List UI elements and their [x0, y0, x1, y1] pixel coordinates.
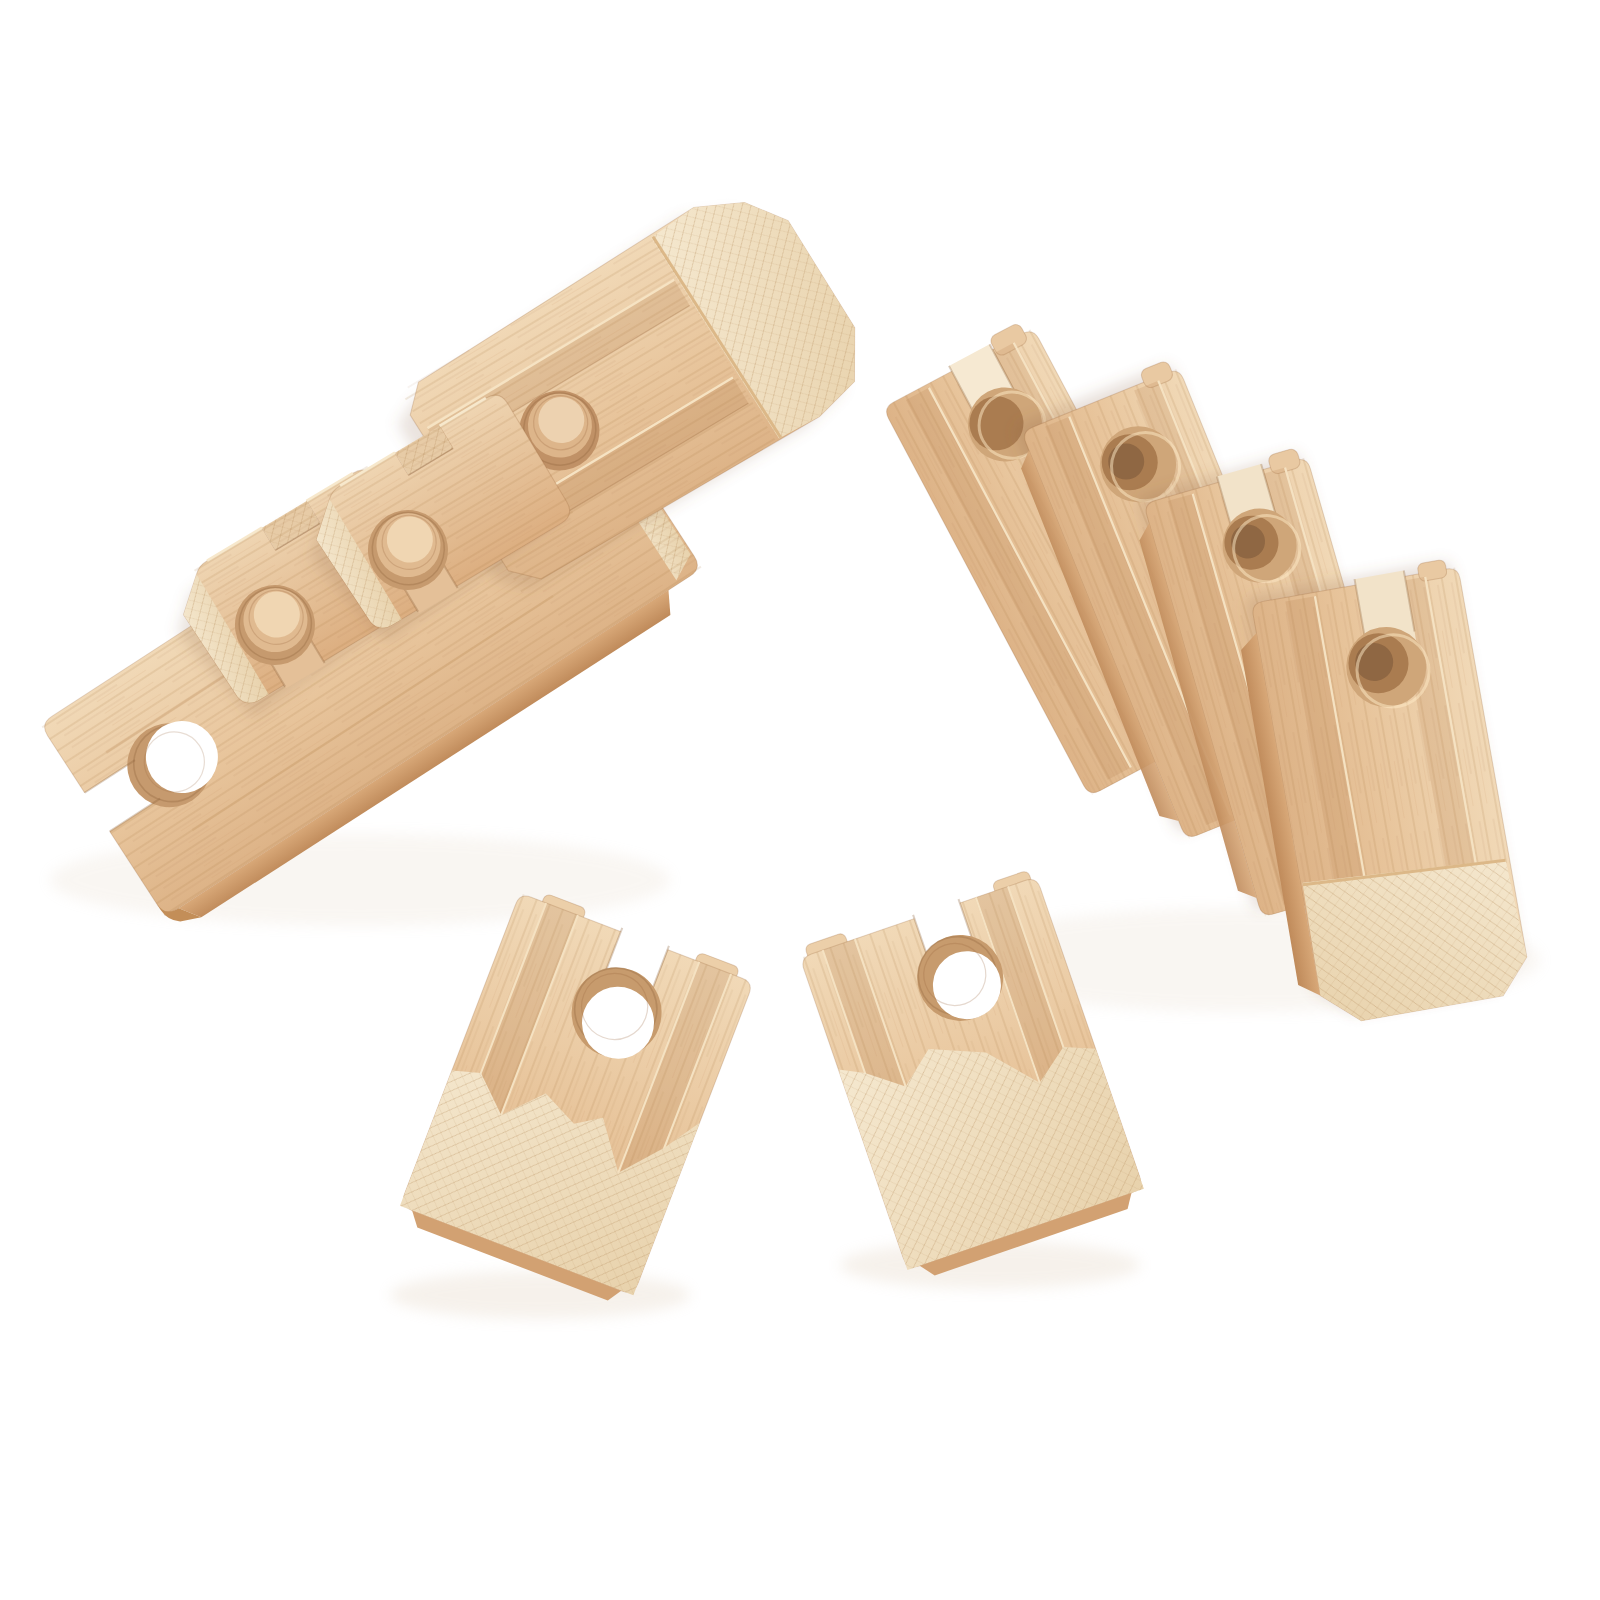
piece-upright-ramp-left: [395, 885, 757, 1309]
product-photo: [0, 0, 1600, 1600]
scene-canvas: [0, 0, 1600, 1600]
